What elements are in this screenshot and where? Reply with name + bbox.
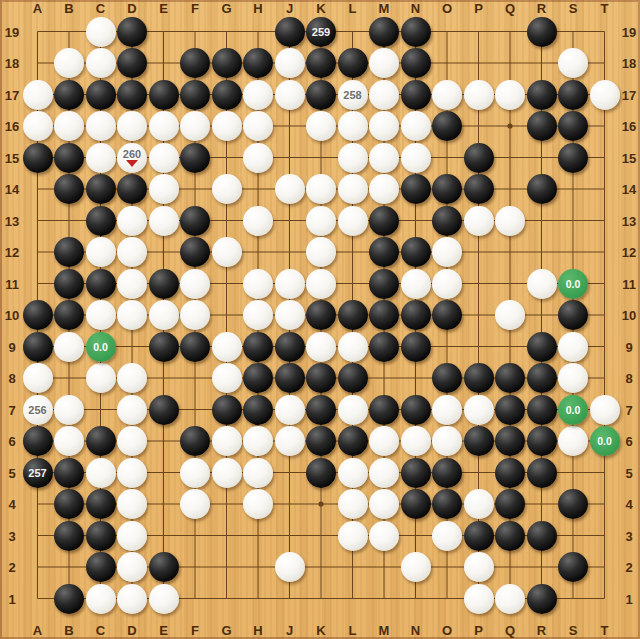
white-stone-G12[interactable] — [212, 237, 242, 267]
white-stone-M18[interactable] — [369, 48, 399, 78]
white-stone-F5[interactable] — [180, 458, 210, 488]
black-stone-B12[interactable] — [54, 237, 84, 267]
white-stone-L5[interactable] — [338, 458, 368, 488]
black-stone-K17[interactable] — [306, 80, 336, 110]
coord-left-1: 1 — [8, 591, 15, 606]
black-stone-O16[interactable] — [432, 111, 462, 141]
score-marker-S11[interactable]: 0.0 — [558, 269, 588, 299]
white-stone-K11[interactable] — [306, 269, 336, 299]
white-stone-D2[interactable] — [117, 552, 147, 582]
coord-right-5: 5 — [625, 465, 632, 480]
white-stone-O11[interactable] — [432, 269, 462, 299]
black-stone-F15[interactable] — [180, 143, 210, 173]
white-stone-O7[interactable] — [432, 395, 462, 425]
coord-top-C: C — [96, 1, 105, 16]
black-stone-C11[interactable] — [86, 269, 116, 299]
white-stone-G9[interactable] — [212, 332, 242, 362]
black-stone-A9[interactable] — [23, 332, 53, 362]
white-stone-C16[interactable] — [86, 111, 116, 141]
white-stone-D7[interactable] — [117, 395, 147, 425]
coord-top-Q: Q — [505, 1, 515, 16]
white-stone-L7[interactable] — [338, 395, 368, 425]
white-stone-H6[interactable] — [243, 426, 273, 456]
black-stone-A15[interactable] — [23, 143, 53, 173]
white-stone-D15[interactable]: 260 — [117, 143, 147, 173]
white-stone-B7[interactable] — [54, 395, 84, 425]
black-stone-G7[interactable] — [212, 395, 242, 425]
white-stone-A16[interactable] — [23, 111, 53, 141]
white-stone-M6[interactable] — [369, 426, 399, 456]
white-stone-N11[interactable] — [401, 269, 431, 299]
white-stone-D5[interactable] — [117, 458, 147, 488]
white-stone-O12[interactable] — [432, 237, 462, 267]
star-point-Q16 — [507, 123, 512, 128]
white-stone-J14[interactable] — [275, 174, 305, 204]
coord-left-4: 4 — [8, 497, 15, 512]
white-stone-J18[interactable] — [275, 48, 305, 78]
score-marker-T6[interactable]: 0.0 — [590, 426, 620, 456]
black-stone-N9[interactable] — [401, 332, 431, 362]
white-stone-D13[interactable] — [117, 206, 147, 236]
coord-left-2: 2 — [8, 560, 15, 575]
black-stone-D14[interactable] — [117, 174, 147, 204]
coord-top-E: E — [159, 1, 168, 16]
white-stone-C15[interactable] — [86, 143, 116, 173]
white-stone-M16[interactable] — [369, 111, 399, 141]
black-stone-M9[interactable] — [369, 332, 399, 362]
black-stone-G17[interactable] — [212, 80, 242, 110]
coord-left-8: 8 — [8, 371, 15, 386]
black-stone-S17[interactable] — [558, 80, 588, 110]
white-stone-C5[interactable] — [86, 458, 116, 488]
coord-right-11: 11 — [622, 276, 636, 291]
coord-left-10: 10 — [5, 308, 19, 323]
black-stone-B5[interactable] — [54, 458, 84, 488]
white-stone-G5[interactable] — [212, 458, 242, 488]
white-stone-O17[interactable] — [432, 80, 462, 110]
black-stone-D19[interactable] — [117, 17, 147, 47]
black-stone-F12[interactable] — [180, 237, 210, 267]
black-stone-R5[interactable] — [527, 458, 557, 488]
white-stone-S18[interactable] — [558, 48, 588, 78]
black-stone-E9[interactable] — [149, 332, 179, 362]
black-stone-O8[interactable] — [432, 363, 462, 393]
coord-top-L: L — [349, 1, 357, 16]
white-stone-J7[interactable] — [275, 395, 305, 425]
white-stone-B16[interactable] — [54, 111, 84, 141]
black-stone-Q8[interactable] — [495, 363, 525, 393]
white-stone-H4[interactable] — [243, 489, 273, 519]
white-stone-M5[interactable] — [369, 458, 399, 488]
white-stone-D3[interactable] — [117, 521, 147, 551]
black-stone-R1[interactable] — [527, 584, 557, 614]
black-stone-B3[interactable] — [54, 521, 84, 551]
white-stone-K16[interactable] — [306, 111, 336, 141]
coord-top-T: T — [601, 1, 609, 16]
black-stone-N10[interactable] — [401, 300, 431, 330]
white-stone-G14[interactable] — [212, 174, 242, 204]
black-stone-B10[interactable] — [54, 300, 84, 330]
black-stone-B14[interactable] — [54, 174, 84, 204]
coord-left-16: 16 — [5, 119, 19, 134]
black-stone-F17[interactable] — [180, 80, 210, 110]
white-stone-K13[interactable] — [306, 206, 336, 236]
black-stone-Q3[interactable] — [495, 521, 525, 551]
black-stone-C2[interactable] — [86, 552, 116, 582]
white-stone-H17[interactable] — [243, 80, 273, 110]
white-stone-A7[interactable]: 256 — [23, 395, 53, 425]
white-stone-H16[interactable] — [243, 111, 273, 141]
black-stone-M7[interactable] — [369, 395, 399, 425]
white-stone-B6[interactable] — [54, 426, 84, 456]
white-stone-P13[interactable] — [464, 206, 494, 236]
black-stone-L18[interactable] — [338, 48, 368, 78]
black-stone-F6[interactable] — [180, 426, 210, 456]
score-marker-label: 0.0 — [93, 341, 108, 353]
black-stone-A5[interactable]: 257 — [23, 458, 53, 488]
white-stone-J6[interactable] — [275, 426, 305, 456]
coord-right-19: 19 — [622, 24, 636, 39]
black-stone-S10[interactable] — [558, 300, 588, 330]
black-stone-P15[interactable] — [464, 143, 494, 173]
white-stone-F16[interactable] — [180, 111, 210, 141]
coord-bottom-K: K — [316, 623, 325, 638]
white-stone-N6[interactable] — [401, 426, 431, 456]
coord-left-14: 14 — [5, 182, 19, 197]
white-stone-K14[interactable] — [306, 174, 336, 204]
black-stone-F13[interactable] — [180, 206, 210, 236]
black-stone-K10[interactable] — [306, 300, 336, 330]
white-stone-Q17[interactable] — [495, 80, 525, 110]
coord-bottom-G: G — [221, 623, 231, 638]
black-stone-S15[interactable] — [558, 143, 588, 173]
white-stone-Q10[interactable] — [495, 300, 525, 330]
white-stone-L3[interactable] — [338, 521, 368, 551]
black-stone-R14[interactable] — [527, 174, 557, 204]
black-stone-E11[interactable] — [149, 269, 179, 299]
black-stone-J9[interactable] — [275, 332, 305, 362]
coord-right-7: 7 — [625, 402, 632, 417]
black-stone-R6[interactable] — [527, 426, 557, 456]
black-stone-P6[interactable] — [464, 426, 494, 456]
score-marker-C9[interactable]: 0.0 — [86, 332, 116, 362]
white-stone-M4[interactable] — [369, 489, 399, 519]
white-stone-D8[interactable] — [117, 363, 147, 393]
black-stone-E7[interactable] — [149, 395, 179, 425]
black-stone-Q5[interactable] — [495, 458, 525, 488]
black-stone-R9[interactable] — [527, 332, 557, 362]
black-stone-C6[interactable] — [86, 426, 116, 456]
black-stone-N12[interactable] — [401, 237, 431, 267]
black-stone-E2[interactable] — [149, 552, 179, 582]
white-stone-F10[interactable] — [180, 300, 210, 330]
white-stone-L9[interactable] — [338, 332, 368, 362]
white-stone-J11[interactable] — [275, 269, 305, 299]
white-stone-E1[interactable] — [149, 584, 179, 614]
coord-bottom-O: O — [442, 623, 452, 638]
black-stone-M10[interactable] — [369, 300, 399, 330]
coord-right-10: 10 — [622, 308, 636, 323]
coord-bottom-N: N — [411, 623, 420, 638]
move-number-label-257: 257 — [28, 468, 46, 478]
white-stone-E10[interactable] — [149, 300, 179, 330]
black-stone-D18[interactable] — [117, 48, 147, 78]
black-stone-H8[interactable] — [243, 363, 273, 393]
white-stone-E14[interactable] — [149, 174, 179, 204]
white-stone-M15[interactable] — [369, 143, 399, 173]
black-stone-Q6[interactable] — [495, 426, 525, 456]
star-point-K4 — [318, 501, 323, 506]
white-stone-N16[interactable] — [401, 111, 431, 141]
coord-bottom-S: S — [569, 623, 578, 638]
black-stone-F9[interactable] — [180, 332, 210, 362]
white-stone-D10[interactable] — [117, 300, 147, 330]
black-stone-R19[interactable] — [527, 17, 557, 47]
black-stone-C14[interactable] — [86, 174, 116, 204]
black-stone-B1[interactable] — [54, 584, 84, 614]
white-stone-P4[interactable] — [464, 489, 494, 519]
black-stone-P3[interactable] — [464, 521, 494, 551]
black-stone-J19[interactable] — [275, 17, 305, 47]
coord-left-15: 15 — [5, 150, 19, 165]
white-stone-H11[interactable] — [243, 269, 273, 299]
white-stone-R11[interactable] — [527, 269, 557, 299]
white-stone-M17[interactable] — [369, 80, 399, 110]
black-stone-Q4[interactable] — [495, 489, 525, 519]
white-stone-O3[interactable] — [432, 521, 462, 551]
black-stone-S16[interactable] — [558, 111, 588, 141]
black-stone-A10[interactable] — [23, 300, 53, 330]
coord-left-13: 13 — [5, 213, 19, 228]
white-stone-D16[interactable] — [117, 111, 147, 141]
black-stone-J8[interactable] — [275, 363, 305, 393]
white-stone-E16[interactable] — [149, 111, 179, 141]
black-stone-O4[interactable] — [432, 489, 462, 519]
white-stone-J2[interactable] — [275, 552, 305, 582]
black-stone-B15[interactable] — [54, 143, 84, 173]
coord-right-8: 8 — [625, 371, 632, 386]
black-stone-L8[interactable] — [338, 363, 368, 393]
black-stone-F18[interactable] — [180, 48, 210, 78]
white-stone-J17[interactable] — [275, 80, 305, 110]
black-stone-N17[interactable] — [401, 80, 431, 110]
white-stone-G6[interactable] — [212, 426, 242, 456]
coord-right-15: 15 — [622, 150, 636, 165]
white-stone-Q1[interactable] — [495, 584, 525, 614]
coord-bottom-M: M — [379, 623, 390, 638]
move-number-label-258: 258 — [343, 90, 361, 100]
white-stone-L17[interactable]: 258 — [338, 80, 368, 110]
move-number-label-259: 259 — [312, 27, 330, 37]
black-stone-G18[interactable] — [212, 48, 242, 78]
white-stone-D6[interactable] — [117, 426, 147, 456]
white-stone-C12[interactable] — [86, 237, 116, 267]
black-stone-D17[interactable] — [117, 80, 147, 110]
black-stone-L10[interactable] — [338, 300, 368, 330]
coord-left-18: 18 — [5, 56, 19, 71]
black-stone-K8[interactable] — [306, 363, 336, 393]
coord-right-4: 4 — [625, 497, 632, 512]
white-stone-F11[interactable] — [180, 269, 210, 299]
white-stone-S6[interactable] — [558, 426, 588, 456]
black-stone-H18[interactable] — [243, 48, 273, 78]
coord-top-K: K — [316, 1, 325, 16]
black-stone-N18[interactable] — [401, 48, 431, 78]
white-stone-S8[interactable] — [558, 363, 588, 393]
white-stone-P1[interactable] — [464, 584, 494, 614]
black-stone-O13[interactable] — [432, 206, 462, 236]
black-stone-B11[interactable] — [54, 269, 84, 299]
white-stone-A8[interactable] — [23, 363, 53, 393]
go-board[interactable]: AABBCCDDEEFFGGHHJJKKLLMMNNOOPPQQRRSSTT19… — [0, 0, 640, 639]
black-stone-R8[interactable] — [527, 363, 557, 393]
coord-top-J: J — [286, 1, 293, 16]
white-stone-O6[interactable] — [432, 426, 462, 456]
white-stone-J10[interactable] — [275, 300, 305, 330]
white-stone-B18[interactable] — [54, 48, 84, 78]
white-stone-P17[interactable] — [464, 80, 494, 110]
white-stone-T17[interactable] — [590, 80, 620, 110]
white-stone-D12[interactable] — [117, 237, 147, 267]
black-stone-N4[interactable] — [401, 489, 431, 519]
white-stone-L4[interactable] — [338, 489, 368, 519]
black-stone-O14[interactable] — [432, 174, 462, 204]
white-stone-N2[interactable] — [401, 552, 431, 582]
black-stone-K6[interactable] — [306, 426, 336, 456]
white-stone-L16[interactable] — [338, 111, 368, 141]
coord-top-R: R — [537, 1, 546, 16]
white-stone-K12[interactable] — [306, 237, 336, 267]
black-stone-M13[interactable] — [369, 206, 399, 236]
white-stone-C8[interactable] — [86, 363, 116, 393]
coord-right-3: 3 — [625, 528, 632, 543]
black-stone-K18[interactable] — [306, 48, 336, 78]
coord-bottom-D: D — [127, 623, 136, 638]
coord-top-S: S — [569, 1, 578, 16]
white-stone-T7[interactable] — [590, 395, 620, 425]
black-stone-M19[interactable] — [369, 17, 399, 47]
coord-right-12: 12 — [622, 245, 636, 260]
white-stone-P7[interactable] — [464, 395, 494, 425]
white-stone-G16[interactable] — [212, 111, 242, 141]
black-stone-K19[interactable]: 259 — [306, 17, 336, 47]
black-stone-C17[interactable] — [86, 80, 116, 110]
coord-bottom-P: P — [474, 623, 483, 638]
black-stone-R7[interactable] — [527, 395, 557, 425]
coord-left-6: 6 — [8, 434, 15, 449]
white-stone-D11[interactable] — [117, 269, 147, 299]
black-stone-K7[interactable] — [306, 395, 336, 425]
coord-right-9: 9 — [625, 339, 632, 354]
coord-right-1: 1 — [625, 591, 632, 606]
black-stone-R16[interactable] — [527, 111, 557, 141]
coord-right-6: 6 — [625, 434, 632, 449]
coord-left-19: 19 — [5, 24, 19, 39]
black-stone-C3[interactable] — [86, 521, 116, 551]
black-stone-N7[interactable] — [401, 395, 431, 425]
black-stone-P8[interactable] — [464, 363, 494, 393]
black-stone-B4[interactable] — [54, 489, 84, 519]
black-stone-R17[interactable] — [527, 80, 557, 110]
white-stone-L14[interactable] — [338, 174, 368, 204]
coord-right-13: 13 — [622, 213, 636, 228]
black-stone-N5[interactable] — [401, 458, 431, 488]
score-marker-S7[interactable]: 0.0 — [558, 395, 588, 425]
coord-top-N: N — [411, 1, 420, 16]
white-stone-N15[interactable] — [401, 143, 431, 173]
black-stone-B17[interactable] — [54, 80, 84, 110]
coord-bottom-L: L — [349, 623, 357, 638]
coord-bottom-B: B — [64, 623, 73, 638]
white-stone-L15[interactable] — [338, 143, 368, 173]
black-stone-E17[interactable] — [149, 80, 179, 110]
black-stone-K5[interactable] — [306, 458, 336, 488]
coord-bottom-H: H — [253, 623, 262, 638]
coord-bottom-A: A — [33, 623, 42, 638]
black-stone-O5[interactable] — [432, 458, 462, 488]
white-stone-C18[interactable] — [86, 48, 116, 78]
black-stone-N14[interactable] — [401, 174, 431, 204]
white-stone-C19[interactable] — [86, 17, 116, 47]
black-stone-P14[interactable] — [464, 174, 494, 204]
white-stone-M3[interactable] — [369, 521, 399, 551]
black-stone-S4[interactable] — [558, 489, 588, 519]
black-stone-C4[interactable] — [86, 489, 116, 519]
white-stone-C10[interactable] — [86, 300, 116, 330]
white-stone-D1[interactable] — [117, 584, 147, 614]
black-stone-H9[interactable] — [243, 332, 273, 362]
coord-right-17: 17 — [622, 87, 636, 102]
black-stone-M11[interactable] — [369, 269, 399, 299]
black-stone-H7[interactable] — [243, 395, 273, 425]
score-marker-label: 0.0 — [597, 435, 612, 447]
white-stone-E15[interactable] — [149, 143, 179, 173]
white-stone-S9[interactable] — [558, 332, 588, 362]
white-stone-E13[interactable] — [149, 206, 179, 236]
white-stone-D4[interactable] — [117, 489, 147, 519]
coord-top-H: H — [253, 1, 262, 16]
white-stone-Q13[interactable] — [495, 206, 525, 236]
white-stone-H10[interactable] — [243, 300, 273, 330]
white-stone-L13[interactable] — [338, 206, 368, 236]
black-stone-N19[interactable] — [401, 17, 431, 47]
white-stone-H5[interactable] — [243, 458, 273, 488]
black-stone-O10[interactable] — [432, 300, 462, 330]
black-stone-L6[interactable] — [338, 426, 368, 456]
black-stone-A6[interactable] — [23, 426, 53, 456]
white-stone-H13[interactable] — [243, 206, 273, 236]
black-stone-R3[interactable] — [527, 521, 557, 551]
black-stone-C13[interactable] — [86, 206, 116, 236]
white-stone-K9[interactable] — [306, 332, 336, 362]
white-stone-G8[interactable] — [212, 363, 242, 393]
white-stone-P2[interactable] — [464, 552, 494, 582]
coord-top-B: B — [64, 1, 73, 16]
coord-left-7: 7 — [8, 402, 15, 417]
white-stone-H15[interactable] — [243, 143, 273, 173]
black-stone-Q7[interactable] — [495, 395, 525, 425]
white-stone-M14[interactable] — [369, 174, 399, 204]
black-stone-S2[interactable] — [558, 552, 588, 582]
white-stone-F4[interactable] — [180, 489, 210, 519]
coord-top-M: M — [379, 1, 390, 16]
black-stone-M12[interactable] — [369, 237, 399, 267]
white-stone-A17[interactable] — [23, 80, 53, 110]
white-stone-C1[interactable] — [86, 584, 116, 614]
coord-top-F: F — [191, 1, 199, 16]
white-stone-B9[interactable] — [54, 332, 84, 362]
coord-top-O: O — [442, 1, 452, 16]
